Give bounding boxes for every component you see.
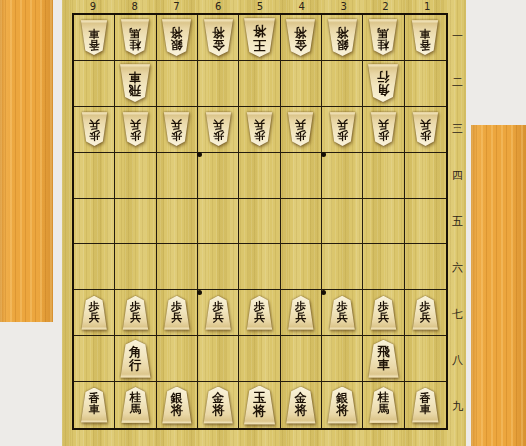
sente-pawn-piece[interactable]: 歩兵 (163, 296, 190, 330)
wood-plank-right (471, 125, 526, 446)
board-cell-4-1[interactable]: 金将 (281, 15, 322, 61)
file-label-7: 7 (156, 0, 198, 13)
board-cell-1-1[interactable]: 香車 (405, 15, 446, 61)
gote-pawn-piece[interactable]: 歩兵 (163, 112, 190, 146)
board-cell-2-8[interactable]: 飛車 (363, 336, 404, 382)
koma-kanji: 歩兵 (254, 301, 265, 330)
board-cell-5-4[interactable] (239, 153, 280, 199)
koma-kanji: 王将 (253, 18, 266, 52)
gote-pawn-piece[interactable]: 歩兵 (246, 112, 273, 146)
sente-pawn-piece[interactable]: 歩兵 (287, 296, 314, 330)
rank-label-7: 七 (449, 291, 466, 337)
board-cell-4-9[interactable]: 金将 (281, 382, 322, 428)
koma-kanji: 金将 (212, 392, 224, 424)
board-cell-8-9[interactable]: 桂馬 (115, 382, 156, 428)
board-cell-8-8[interactable]: 角行 (115, 336, 156, 382)
rank-label-2: 二 (449, 59, 466, 105)
board-cell-7-2[interactable] (157, 61, 198, 107)
sente-knight-piece[interactable]: 桂馬 (120, 387, 150, 423)
file-label-5: 5 (239, 0, 281, 13)
board-grid: 香車桂馬銀将金将王将金将銀将桂馬香車飛車角行歩兵歩兵歩兵歩兵歩兵歩兵歩兵歩兵歩兵… (72, 13, 448, 430)
gote-gold-piece[interactable]: 金将 (285, 19, 316, 56)
rank-labels: 一二三四五六七八九 (449, 13, 466, 430)
board-cell-2-9[interactable]: 桂馬 (363, 382, 404, 428)
sente-gold-piece[interactable]: 金将 (285, 387, 316, 424)
koma-kanji: 銀将 (171, 392, 183, 424)
koma-kanji: 歩兵 (130, 301, 141, 330)
board-cell-1-7[interactable]: 歩兵 (405, 290, 446, 336)
gote-lance-piece[interactable]: 香車 (411, 20, 439, 55)
koma-kanji: 歩兵 (378, 301, 389, 330)
board-cell-6-5[interactable] (198, 199, 239, 245)
file-label-3: 3 (323, 0, 365, 13)
board-cell-8-2[interactable]: 飛車 (115, 61, 156, 107)
board-cell-7-4[interactable] (157, 153, 198, 199)
board-cell-9-9[interactable]: 香車 (74, 382, 115, 428)
board-cell-3-7[interactable]: 歩兵 (322, 290, 363, 336)
sente-pawn-piece[interactable]: 歩兵 (412, 296, 439, 330)
board-cell-1-4[interactable] (405, 153, 446, 199)
sente-pawn-piece[interactable]: 歩兵 (205, 296, 232, 330)
board-cell-9-7[interactable]: 歩兵 (74, 290, 115, 336)
board-cell-1-2[interactable] (405, 61, 446, 107)
board-cell-7-1[interactable]: 銀将 (157, 15, 198, 61)
board-cell-4-8[interactable] (281, 336, 322, 382)
board-cell-4-4[interactable] (281, 153, 322, 199)
rank-label-3: 三 (449, 106, 466, 152)
sente-rook-piece[interactable]: 飛車 (367, 340, 399, 378)
koma-kanji: 歩兵 (130, 112, 141, 141)
koma-kanji: 飛車 (129, 64, 142, 97)
board-cell-6-4[interactable] (198, 153, 239, 199)
file-label-1: 1 (406, 0, 448, 13)
board-cell-7-7[interactable]: 歩兵 (157, 290, 198, 336)
board-cell-5-7[interactable]: 歩兵 (239, 290, 280, 336)
board-cell-5-3[interactable]: 歩兵 (239, 107, 280, 153)
board-cell-5-9[interactable]: 玉将 (239, 382, 280, 428)
board-cell-9-6[interactable] (74, 244, 115, 290)
sente-lance-piece[interactable]: 香車 (80, 388, 108, 423)
koma-kanji: 金将 (212, 19, 224, 51)
rank-label-6: 六 (449, 245, 466, 291)
koma-kanji: 歩兵 (295, 112, 306, 141)
koma-kanji: 銀将 (336, 19, 348, 51)
board-cell-5-1[interactable]: 王将 (239, 15, 280, 61)
sente-knight-piece[interactable]: 桂馬 (368, 387, 398, 423)
board-cell-7-9[interactable]: 銀将 (157, 382, 198, 428)
board-cell-3-8[interactable] (322, 336, 363, 382)
board-cell-1-3[interactable]: 歩兵 (405, 107, 446, 153)
board-cell-5-8[interactable] (239, 336, 280, 382)
board-cell-5-5[interactable] (239, 199, 280, 245)
board-cell-6-2[interactable] (198, 61, 239, 107)
sente-silver-piece[interactable]: 銀将 (161, 387, 192, 424)
koma-kanji: 歩兵 (337, 112, 348, 141)
board-cell-2-1[interactable]: 桂馬 (363, 15, 404, 61)
board-cell-4-6[interactable] (281, 244, 322, 290)
sente-pawn-piece[interactable]: 歩兵 (246, 296, 273, 330)
koma-kanji: 角行 (377, 64, 390, 97)
board-cell-8-3[interactable]: 歩兵 (115, 107, 156, 153)
board-cell-2-3[interactable]: 歩兵 (363, 107, 404, 153)
board-cell-6-8[interactable] (198, 336, 239, 382)
sente-pawn-piece[interactable]: 歩兵 (370, 296, 397, 330)
board-cell-9-3[interactable]: 歩兵 (74, 107, 115, 153)
board-cell-3-6[interactable] (322, 244, 363, 290)
board-cell-7-6[interactable] (157, 244, 198, 290)
koma-kanji: 香車 (89, 393, 100, 423)
koma-kanji: 歩兵 (213, 301, 224, 330)
file-label-2: 2 (364, 0, 406, 13)
file-label-9: 9 (72, 0, 114, 13)
board-cell-9-4[interactable] (74, 153, 115, 199)
rank-label-1: 一 (449, 13, 466, 59)
gote-rook-piece[interactable]: 飛車 (119, 64, 151, 102)
star-point (197, 152, 202, 157)
file-label-6: 6 (197, 0, 239, 13)
koma-kanji: 桂馬 (378, 392, 390, 423)
koma-kanji: 歩兵 (378, 112, 389, 141)
board-cell-9-2[interactable] (74, 61, 115, 107)
koma-kanji: 香車 (89, 20, 100, 50)
sente-pawn-piece[interactable]: 歩兵 (329, 296, 356, 330)
wood-plank-left (0, 0, 53, 322)
board-cell-4-3[interactable]: 歩兵 (281, 107, 322, 153)
board-cell-2-2[interactable]: 角行 (363, 61, 404, 107)
board-cell-3-4[interactable] (322, 153, 363, 199)
board-cell-3-9[interactable]: 銀将 (322, 382, 363, 428)
gote-pawn-piece[interactable]: 歩兵 (370, 112, 397, 146)
koma-kanji: 歩兵 (89, 112, 100, 141)
gote-pawn-piece[interactable]: 歩兵 (81, 112, 108, 146)
board-cell-1-5[interactable] (405, 199, 446, 245)
board-cell-1-8[interactable] (405, 336, 446, 382)
gote-pawn-piece[interactable]: 歩兵 (329, 112, 356, 146)
board-cell-8-6[interactable] (115, 244, 156, 290)
file-label-4: 4 (281, 0, 323, 13)
shogi-app: 987654321 一二三四五六七八九 香車桂馬銀将金将王将金将銀将桂馬香車飛車… (0, 0, 526, 446)
file-labels: 987654321 (72, 0, 448, 13)
koma-kanji: 歩兵 (337, 301, 348, 330)
board-cell-6-9[interactable]: 金将 (198, 382, 239, 428)
sente-gold-piece[interactable]: 金将 (203, 387, 234, 424)
sente-pawn-piece[interactable]: 歩兵 (81, 296, 108, 330)
board-cell-8-7[interactable]: 歩兵 (115, 290, 156, 336)
board-cell-7-3[interactable]: 歩兵 (157, 107, 198, 153)
sente-king-piece[interactable]: 玉将 (243, 386, 276, 425)
koma-kanji: 桂馬 (130, 392, 142, 423)
koma-kanji: 角行 (129, 345, 142, 378)
koma-kanji: 飛車 (377, 345, 390, 378)
koma-kanji: 桂馬 (130, 19, 142, 50)
gote-knight-piece[interactable]: 桂馬 (368, 19, 398, 55)
koma-kanji: 歩兵 (420, 301, 431, 330)
shogi-board: 987654321 一二三四五六七八九 香車桂馬銀将金将王将金将銀将桂馬香車飛車… (62, 0, 466, 446)
koma-kanji: 香車 (420, 20, 431, 50)
rank-label-5: 五 (449, 198, 466, 244)
board-cell-6-3[interactable]: 歩兵 (198, 107, 239, 153)
gote-pawn-piece[interactable]: 歩兵 (205, 112, 232, 146)
gote-pawn-piece[interactable]: 歩兵 (287, 112, 314, 146)
koma-kanji: 歩兵 (213, 112, 224, 141)
koma-kanji: 桂馬 (378, 19, 390, 50)
rank-label-4: 四 (449, 152, 466, 198)
board-cell-9-8[interactable] (74, 336, 115, 382)
board-cell-6-7[interactable]: 歩兵 (198, 290, 239, 336)
gote-pawn-piece[interactable]: 歩兵 (122, 112, 149, 146)
board-cell-3-5[interactable] (322, 199, 363, 245)
board-cell-1-6[interactable] (405, 244, 446, 290)
board-cell-2-4[interactable] (363, 153, 404, 199)
board-cell-9-1[interactable]: 香車 (74, 15, 115, 61)
koma-kanji: 歩兵 (420, 112, 431, 141)
rank-label-8: 八 (449, 337, 466, 383)
gote-gold-piece[interactable]: 金将 (203, 19, 234, 56)
koma-kanji: 歩兵 (89, 301, 100, 330)
board-cell-8-1[interactable]: 桂馬 (115, 15, 156, 61)
gote-pawn-piece[interactable]: 歩兵 (412, 112, 439, 146)
gote-silver-piece[interactable]: 銀将 (161, 19, 192, 56)
gote-silver-piece[interactable]: 銀将 (327, 19, 358, 56)
koma-kanji: 歩兵 (295, 301, 306, 330)
board-cell-4-2[interactable] (281, 61, 322, 107)
board-cell-3-3[interactable]: 歩兵 (322, 107, 363, 153)
sente-lance-piece[interactable]: 香車 (411, 388, 439, 423)
koma-kanji: 歩兵 (171, 112, 182, 141)
board-cell-7-8[interactable] (157, 336, 198, 382)
koma-kanji: 金将 (295, 392, 307, 424)
board-cell-5-2[interactable] (239, 61, 280, 107)
koma-kanji: 銀将 (336, 392, 348, 424)
board-cell-2-5[interactable] (363, 199, 404, 245)
board-cell-2-6[interactable] (363, 244, 404, 290)
board-cell-1-9[interactable]: 香車 (405, 382, 446, 428)
board-cell-3-2[interactable] (322, 61, 363, 107)
rank-label-9: 九 (449, 384, 466, 430)
board-cell-6-6[interactable] (198, 244, 239, 290)
board-cell-9-5[interactable] (74, 199, 115, 245)
koma-kanji: 銀将 (171, 19, 183, 51)
board-cell-4-5[interactable] (281, 199, 322, 245)
gote-knight-piece[interactable]: 桂馬 (120, 19, 150, 55)
koma-kanji: 金将 (295, 19, 307, 51)
board-cell-6-1[interactable]: 金将 (198, 15, 239, 61)
board-cell-3-1[interactable]: 銀将 (322, 15, 363, 61)
board-cell-8-5[interactable] (115, 199, 156, 245)
gote-bishop-piece[interactable]: 角行 (367, 64, 399, 102)
gote-king-piece[interactable]: 王将 (243, 18, 276, 57)
board-cell-4-7[interactable]: 歩兵 (281, 290, 322, 336)
board-cell-2-7[interactable]: 歩兵 (363, 290, 404, 336)
koma-kanji: 歩兵 (171, 301, 182, 330)
file-label-8: 8 (114, 0, 156, 13)
gote-lance-piece[interactable]: 香車 (80, 20, 108, 55)
board-cell-7-5[interactable] (157, 199, 198, 245)
board-cell-8-4[interactable] (115, 153, 156, 199)
sente-pawn-piece[interactable]: 歩兵 (122, 296, 149, 330)
board-cell-5-6[interactable] (239, 244, 280, 290)
sente-bishop-piece[interactable]: 角行 (119, 340, 151, 378)
koma-kanji: 香車 (420, 393, 431, 423)
koma-kanji: 玉将 (253, 391, 266, 425)
koma-kanji: 歩兵 (254, 112, 265, 141)
sente-silver-piece[interactable]: 銀将 (327, 387, 358, 424)
